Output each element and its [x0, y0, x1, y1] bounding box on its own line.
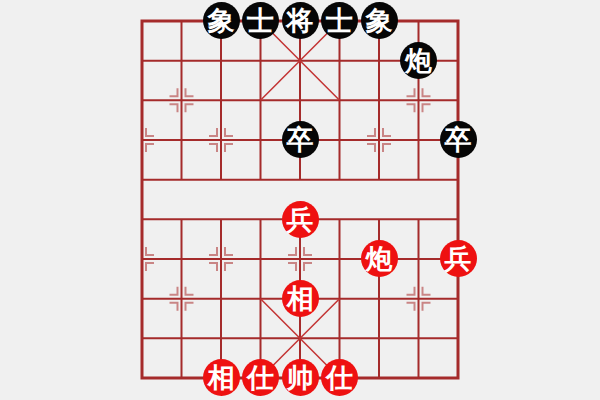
piece-red-general[interactable]: 帅 [282, 359, 319, 396]
piece-red-soldier[interactable]: 兵 [282, 201, 319, 238]
piece-red-soldier[interactable]: 兵 [440, 240, 477, 277]
piece-red-advisor[interactable]: 仕 [242, 359, 279, 396]
piece-red-elephant[interactable]: 相 [282, 280, 319, 317]
piece-red-advisor[interactable]: 仕 [321, 359, 358, 396]
piece-red-cannon[interactable]: 炮 [361, 240, 398, 277]
piece-black-cannon[interactable]: 炮 [400, 42, 437, 79]
pieces-layer: 象士将士象炮卒卒兵炮兵相相仕帅仕 [122, 1, 478, 398]
piece-black-elephant[interactable]: 象 [203, 2, 240, 39]
piece-black-general[interactable]: 将 [282, 2, 319, 39]
piece-black-advisor[interactable]: 士 [321, 2, 358, 39]
piece-black-soldier[interactable]: 卒 [282, 121, 319, 158]
piece-black-soldier[interactable]: 卒 [440, 121, 477, 158]
piece-red-elephant[interactable]: 相 [203, 359, 240, 396]
piece-black-elephant[interactable]: 象 [361, 2, 398, 39]
xiangqi-board: 象士将士象炮卒卒兵炮兵相相仕帅仕 [0, 0, 600, 400]
piece-black-advisor[interactable]: 士 [242, 2, 279, 39]
